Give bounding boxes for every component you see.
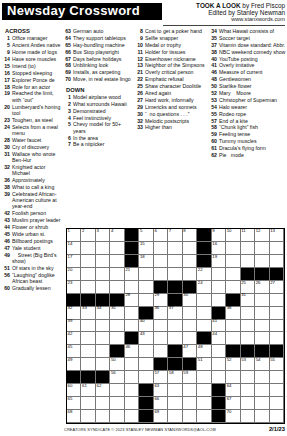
clue-number: 56 xyxy=(2,272,12,285)
cell-r15c11-black xyxy=(212,410,226,423)
cell-r13c15[interactable] xyxy=(270,384,284,397)
puzzle-byline: by Fred Piscop xyxy=(241,2,285,9)
cell-r7c13[interactable] xyxy=(241,307,255,320)
clue-down-46: 46Measure of current xyxy=(209,69,286,75)
clue-text: Soccer target xyxy=(219,35,286,41)
cell-number: 13 xyxy=(270,229,275,234)
puzzle-title: TOOK A LOOK xyxy=(196,2,241,9)
clue-text: Installs, as carpeting xyxy=(73,69,133,75)
clue-down-7: 7Be a nitpicker xyxy=(63,141,133,147)
cell-r7c12[interactable]: 38 xyxy=(226,307,240,320)
cell-r2c14[interactable] xyxy=(255,242,269,255)
cell-r10c5[interactable]: 46 xyxy=(125,345,139,358)
cell-r3c9[interactable] xyxy=(183,255,197,268)
clue-number: 4 xyxy=(63,115,73,121)
cell-number: 52 xyxy=(227,358,232,363)
clue-number: 24 xyxy=(2,124,12,137)
cell-r15c8[interactable] xyxy=(168,410,182,423)
cell-r7c5[interactable] xyxy=(125,307,139,320)
clue-across-14: 14Have sore muscles xyxy=(2,56,61,62)
cell-r14c4[interactable] xyxy=(110,397,124,410)
cell-number: 60 xyxy=(68,384,73,389)
cell-r1c13[interactable]: 11 xyxy=(241,229,255,242)
cell-number: 68 xyxy=(68,410,73,415)
cell-r12c6[interactable] xyxy=(139,371,153,384)
clue-number: 17 xyxy=(2,77,12,83)
cell-r1c2[interactable]: 2 xyxy=(81,229,95,242)
clue-across-9: 9Home made of logs xyxy=(2,49,61,55)
cell-r7c7[interactable]: 36 xyxy=(154,307,168,320)
cell-r12c13[interactable] xyxy=(241,371,255,384)
clue-text: Water faucet xyxy=(12,137,61,143)
clue-down-26: 26Aired again xyxy=(135,90,207,96)
cell-r7c14[interactable] xyxy=(255,307,269,320)
cell-r9c14[interactable] xyxy=(255,332,269,345)
cell-r6c9[interactable]: 30 xyxy=(183,294,197,307)
cell-r13c2[interactable]: 61 xyxy=(81,384,95,397)
cell-r12c15[interactable] xyxy=(270,371,284,384)
puzzle-editor: Edited by Stanley Newman xyxy=(196,9,285,16)
clue-text: Emphatic refusal xyxy=(145,76,207,82)
cell-r7c8[interactable]: 37 xyxy=(168,307,182,320)
cell-number: 55 xyxy=(270,358,275,363)
cell-r1c4[interactable]: 4 xyxy=(110,229,124,242)
cell-r15c7[interactable]: 69 xyxy=(154,410,168,423)
cell-number: 62 xyxy=(97,384,102,389)
cell-r13c5[interactable] xyxy=(125,384,139,397)
cell-r6c5[interactable]: 28 xyxy=(125,294,139,307)
cell-r2c6[interactable]: 15 xyxy=(139,242,153,255)
puzzle-website: www.stanxwords.com xyxy=(196,16,285,23)
cell-r9c11[interactable]: 44 xyxy=(212,332,226,345)
cell-r12c8[interactable]: 58 xyxy=(168,371,182,384)
clue-text: Toughen, as steel xyxy=(12,117,61,123)
cell-r14c2[interactable] xyxy=(81,397,95,410)
clue-down-25: 25Shaw character Doolittle xyxy=(135,83,207,89)
cell-r7c4[interactable]: 35 xyxy=(110,307,124,320)
cell-r4c12[interactable] xyxy=(226,268,240,281)
clue-text: Mary Moore xyxy=(219,90,286,96)
cell-r5c14[interactable]: 26 xyxy=(255,281,269,294)
cell-r14c15[interactable] xyxy=(270,397,284,410)
clue-down-22: 22Emphatic refusal xyxy=(135,76,207,82)
cell-number: 54 xyxy=(256,358,261,363)
clue-number: 33 xyxy=(135,124,145,130)
cell-number: 24 xyxy=(198,281,203,286)
clue-number: 51 xyxy=(2,265,12,271)
cell-r6c13[interactable]: 31 xyxy=(241,294,255,307)
clue-across-56: 56“Laughing” doglike African beast xyxy=(2,272,61,285)
clue-text: Measure of current xyxy=(219,69,286,75)
cell-r3c1[interactable]: 17 xyxy=(67,255,81,268)
clue-down-33: 33Higher than xyxy=(135,124,207,130)
cell-r6c14[interactable] xyxy=(255,294,269,307)
clue-number: 37 xyxy=(209,42,219,48)
copyright-credit: CREATORS SYNDICATE © 2023 STANLEY NEWMAN… xyxy=(64,427,216,432)
cell-number: 17 xyxy=(68,255,73,260)
cell-r4c4[interactable] xyxy=(110,268,124,281)
cell-r11c13[interactable]: 53 xyxy=(241,358,255,371)
across-header: ACROSS xyxy=(5,28,61,34)
cell-r13c4[interactable] xyxy=(110,384,124,397)
cell-number: 36 xyxy=(154,306,159,311)
cell-r8c7[interactable] xyxy=(154,320,168,333)
clue-down-12: 12Eisenhower nickname xyxy=(135,56,207,62)
cell-number: 41 xyxy=(212,319,217,324)
clue-text: Home made of logs xyxy=(12,49,61,55)
cell-r3c11[interactable]: 19 xyxy=(212,255,226,268)
cell-r15c2[interactable] xyxy=(81,410,95,423)
cell-r3c4[interactable] xyxy=(110,255,124,268)
cell-r11c3[interactable] xyxy=(96,358,110,371)
clue-down-13: 13Neighbor of the Simpsons xyxy=(135,62,207,68)
cell-r10c11[interactable] xyxy=(212,345,226,358)
clue-text: Eisenhower nickname xyxy=(145,56,207,62)
cell-r8c8[interactable] xyxy=(168,320,182,333)
clue-text: Feel instinctively xyxy=(73,115,133,121)
clue-number: 11 xyxy=(135,49,145,55)
cell-r14c14[interactable] xyxy=(255,397,269,410)
cell-r15c5[interactable] xyxy=(125,410,139,423)
cell-r4c3[interactable] xyxy=(96,268,110,281)
cell-r8c13[interactable] xyxy=(241,320,255,333)
clue-text: Yale student xyxy=(12,245,61,251)
clue-across-32: 32Knighted actor Michael xyxy=(2,164,61,177)
cell-r9c7[interactable] xyxy=(154,332,168,345)
clue-text: Wallace who wrote Ben-Hur xyxy=(12,151,61,164)
cell-r1c6[interactable]: 5 xyxy=(139,229,153,242)
cell-r15c12[interactable]: 70 xyxy=(226,410,240,423)
clue-number: 66 xyxy=(63,49,73,55)
cell-r11c6[interactable] xyxy=(139,358,153,371)
clue-text: They support tabletops xyxy=(73,35,133,41)
clue-down-34: 34What Hawaii consists of xyxy=(209,28,286,34)
cell-r11c12[interactable]: 52 xyxy=(226,358,240,371)
cell-number: 10 xyxy=(227,229,232,234)
cell-r2c15[interactable] xyxy=(270,242,284,255)
cell-r3c8[interactable] xyxy=(168,255,182,268)
cell-r5c12[interactable] xyxy=(226,281,240,294)
clue-number: 40 xyxy=(209,56,219,62)
cell-r8c12[interactable] xyxy=(226,320,240,333)
clue-number: 2 xyxy=(63,101,73,107)
cell-number: 65 xyxy=(68,397,73,402)
clue-text: “Chunk light” fish xyxy=(219,124,286,130)
clue-across-46: 46Billboard postings xyxy=(2,238,61,244)
cell-r4c5[interactable]: 21 xyxy=(125,268,139,281)
cell-r3c2[interactable] xyxy=(81,255,95,268)
clue-across-20: 20Lumberyard’s honing tool xyxy=(2,104,61,117)
clue-number: 49 xyxy=(2,252,12,265)
clue-across-5: 5Ancient Andes native xyxy=(2,42,61,48)
clue-text: Tummy muscles xyxy=(219,138,286,144)
cell-r3c7[interactable] xyxy=(154,255,168,268)
cell-r9c6[interactable]: 43 xyxy=(139,332,153,345)
cell-r14c9[interactable] xyxy=(183,397,197,410)
cell-r12c4[interactable]: 56 xyxy=(110,371,124,384)
cell-r9c12[interactable] xyxy=(226,332,240,345)
cell-r15c9[interactable] xyxy=(183,410,197,423)
cell-r11c14[interactable]: 54 xyxy=(255,358,269,371)
cell-r7c9[interactable] xyxy=(183,307,197,320)
cell-r1c8[interactable]: 7 xyxy=(168,229,182,242)
cell-number: 59 xyxy=(183,371,188,376)
clue-text: Office manager xyxy=(12,35,61,41)
clue-text: Rodeo rope xyxy=(219,111,286,117)
clue-across-60: 60Gradually lessen xyxy=(2,285,61,291)
clue-number: 14 xyxy=(2,56,12,62)
cell-r15c14[interactable] xyxy=(255,410,269,423)
cell-r14c3[interactable] xyxy=(96,397,110,410)
cell-number: 16 xyxy=(212,242,217,247)
cell-r9c2[interactable] xyxy=(81,332,95,345)
cell-number: 25 xyxy=(241,281,246,286)
cell-r5c10[interactable]: 24 xyxy=(197,281,211,294)
clue-number: 22 xyxy=(135,76,145,82)
clue-text: “Laughing” doglike African beast xyxy=(12,272,61,285)
cell-r12c9[interactable]: 59 xyxy=(183,371,197,384)
clue-across-30: 30Cry of discovery xyxy=(2,144,61,150)
clue-text: Vitamin dose standard: Abbr. xyxy=(219,42,286,48)
cell-r5c15[interactable]: 27 xyxy=(270,281,284,294)
cell-r5c6[interactable] xyxy=(139,281,153,294)
clue-number: 39 xyxy=(2,191,12,210)
cell-r15c3[interactable] xyxy=(96,410,110,423)
cell-r11c2[interactable] xyxy=(81,358,95,371)
cell-r13c8[interactable] xyxy=(168,384,182,397)
cell-r3c15[interactable] xyxy=(270,255,284,268)
cell-number: 44 xyxy=(212,332,217,337)
cell-r15c1[interactable]: 68 xyxy=(67,410,81,423)
cell-number: 50 xyxy=(111,358,116,363)
cell-r7c10[interactable] xyxy=(197,307,211,320)
cell-r13c13[interactable] xyxy=(241,384,255,397)
cell-number: 70 xyxy=(227,410,232,415)
cell-r14c5[interactable] xyxy=(125,397,139,410)
cell-r1c1[interactable]: 1 xyxy=(67,229,81,242)
cell-r9c15[interactable] xyxy=(270,332,284,345)
clue-number: 31 xyxy=(2,151,12,164)
cell-r8c3[interactable] xyxy=(96,320,110,333)
cell-r5c11[interactable] xyxy=(212,281,226,294)
cell-r10c7[interactable] xyxy=(154,345,168,358)
clue-number: 48 xyxy=(209,76,219,82)
clue-text: Days before holidays xyxy=(73,56,133,62)
clue-number: 59 xyxy=(209,131,219,137)
clue-down-52: 52Mary Moore xyxy=(209,90,286,96)
clue-number: 23 xyxy=(2,117,12,123)
cell-number: 66 xyxy=(154,397,159,402)
cell-r9c13[interactable] xyxy=(241,332,255,345)
cell-r10c6[interactable] xyxy=(139,345,153,358)
clue-number: 38 xyxy=(2,184,12,190)
clue-across-36: 36Approximately xyxy=(2,177,61,183)
cell-r6c11[interactable] xyxy=(212,294,226,307)
clue-across-24: 24Selects from a meal menu xyxy=(2,124,61,137)
clue-text: Celebrated African-American culture at y… xyxy=(12,191,61,210)
cell-number: 8 xyxy=(183,229,185,234)
cell-r4c11[interactable] xyxy=(212,268,226,281)
cell-r11c10[interactable]: 51 xyxy=(197,358,211,371)
cell-r8c15[interactable] xyxy=(270,320,284,333)
cell-r15c4[interactable] xyxy=(110,410,124,423)
cell-r7c15[interactable] xyxy=(270,307,284,320)
cell-r10c9[interactable]: 47 xyxy=(183,345,197,358)
cell-r5c4[interactable] xyxy=(110,281,124,294)
cell-number: 69 xyxy=(154,410,159,415)
cell-r6c15[interactable] xyxy=(270,294,284,307)
cell-r13c6-black xyxy=(139,384,153,397)
clue-across-19: 19Reached the limit, with “out” xyxy=(2,90,61,103)
clue-number: 54 xyxy=(209,104,219,110)
cell-r12c14[interactable] xyxy=(255,371,269,384)
clue-across-28: 28Water faucet xyxy=(2,137,61,143)
cell-r9c4[interactable] xyxy=(110,332,124,345)
cell-r5c3[interactable] xyxy=(96,281,110,294)
cell-r7c2[interactable]: 33 xyxy=(81,307,95,320)
cell-r13c9[interactable] xyxy=(183,384,197,397)
cell-r2c10-black xyxy=(197,242,211,255)
cell-r15c10[interactable] xyxy=(197,410,211,423)
cell-number: 64 xyxy=(227,384,232,389)
clue-text: Cry of discovery xyxy=(12,144,61,150)
cell-r9c3[interactable] xyxy=(96,332,110,345)
clue-text: Unblinking look xyxy=(73,62,133,68)
cell-r4c2[interactable] xyxy=(81,268,95,281)
clue-text: Of stars in the sky xyxy=(12,265,61,271)
cell-r1c3[interactable]: 3 xyxy=(96,229,110,242)
cell-r1c5-black xyxy=(125,229,139,242)
cell-r10c2[interactable] xyxy=(81,345,95,358)
cell-number: 6 xyxy=(154,229,156,234)
cell-r8c14[interactable] xyxy=(255,320,269,333)
cell-r4c8[interactable] xyxy=(168,268,182,281)
cell-r7c3[interactable]: 34 xyxy=(96,307,110,320)
cell-r9c8[interactable] xyxy=(168,332,182,345)
cell-r8c10[interactable] xyxy=(197,320,211,333)
cell-r8c5[interactable] xyxy=(125,320,139,333)
cell-r11c1[interactable]: 49 xyxy=(67,358,81,371)
cell-r1c12[interactable]: 10 xyxy=(226,229,240,242)
clue-down-8: 8Cost to get a poker hand xyxy=(135,28,207,34)
cell-r12c5[interactable] xyxy=(125,371,139,384)
cell-r14c13[interactable] xyxy=(241,397,255,410)
clue-text: Pie mode xyxy=(219,152,286,158)
cell-r15c13[interactable] xyxy=(241,410,255,423)
cell-r5c1[interactable]: 23 xyxy=(67,281,81,294)
cell-r13c14[interactable] xyxy=(255,384,269,397)
clue-number: 47 xyxy=(2,245,12,251)
cell-r8c2[interactable] xyxy=(81,320,95,333)
cell-r6c6[interactable] xyxy=(139,294,153,307)
cell-r6c10[interactable] xyxy=(197,294,211,307)
cell-r3c12[interactable] xyxy=(226,255,240,268)
cell-r2c9[interactable] xyxy=(183,242,197,255)
cell-r2c8[interactable] xyxy=(168,242,182,255)
footer: CREATORS SYNDICATE © 2023 STANLEY NEWMAN… xyxy=(64,426,285,432)
cell-number: 11 xyxy=(241,229,245,234)
clue-number: 61 xyxy=(209,145,219,151)
cell-r11c11[interactable] xyxy=(212,358,226,371)
cell-number: 15 xyxy=(140,242,145,247)
clue-across-49: 49 Street (Big Bird’s show) xyxy=(2,252,61,265)
cell-r5c2[interactable] xyxy=(81,281,95,294)
cell-r4c10[interactable]: 22 xyxy=(197,268,211,281)
cell-r2c11[interactable]: 16 xyxy=(212,242,226,255)
cell-r11c5[interactable] xyxy=(125,358,139,371)
cell-r3c13[interactable] xyxy=(241,255,255,268)
clue-text: Starlike flower xyxy=(219,83,286,89)
cell-r1c15[interactable]: 13 xyxy=(270,229,284,242)
cell-r2c3[interactable] xyxy=(96,242,110,255)
clue-across-47: 47Yale student xyxy=(2,245,61,251)
cell-r4c1[interactable]: 20 xyxy=(67,268,81,281)
cell-r13c10[interactable] xyxy=(197,384,211,397)
cell-r4c6[interactable] xyxy=(139,268,153,281)
cell-number: 48 xyxy=(198,345,203,350)
cell-r2c2[interactable] xyxy=(81,242,95,255)
clue-down-61: 61Dracula’s flying form xyxy=(209,145,286,151)
cell-r14c6-black xyxy=(139,397,153,410)
cell-r1c14[interactable]: 12 xyxy=(255,229,269,242)
cell-r3c14[interactable] xyxy=(255,255,269,268)
cell-r2c12[interactable] xyxy=(226,242,240,255)
clue-down-54: 54Halo wearer xyxy=(209,104,286,110)
cell-r15c15[interactable] xyxy=(270,410,284,423)
cell-r11c15[interactable]: 55 xyxy=(270,358,284,371)
cell-r1c11[interactable]: 9 xyxy=(212,229,226,242)
cell-number: 58 xyxy=(169,371,174,376)
clue-text: Approximately xyxy=(12,177,61,183)
cell-r3c6[interactable]: 18 xyxy=(139,255,153,268)
clue-number: 20 xyxy=(2,104,12,117)
clue-number: 27 xyxy=(135,97,145,103)
cell-r4c7[interactable] xyxy=(154,268,168,281)
cell-r3c3[interactable] xyxy=(96,255,110,268)
cell-r8c9[interactable] xyxy=(183,320,197,333)
clue-text: Intend (to) xyxy=(12,63,61,69)
cell-r1c7[interactable]: 6 xyxy=(154,229,168,242)
cell-r10c3[interactable] xyxy=(96,345,110,358)
cell-r4c9[interactable] xyxy=(183,268,197,281)
cell-r10c8-black xyxy=(168,345,182,358)
clue-down-5: 5Chevy model for 50+ years xyxy=(63,121,133,134)
cell-r2c7[interactable] xyxy=(154,242,168,255)
cell-r12c10[interactable] xyxy=(197,371,211,384)
clue-across-1: 1Office manager xyxy=(2,35,61,41)
cell-r14c10[interactable] xyxy=(197,397,211,410)
cell-number: 20 xyxy=(68,268,73,273)
clue-number: 62 xyxy=(209,152,219,158)
cell-r2c1[interactable]: 14 xyxy=(67,242,81,255)
cell-r12c11[interactable] xyxy=(212,371,226,384)
clue-number: 30 xyxy=(135,111,145,117)
cell-number: 47 xyxy=(183,345,188,350)
cell-r8c4[interactable] xyxy=(110,320,124,333)
cell-r2c4[interactable] xyxy=(110,242,124,255)
cell-r1c9[interactable]: 8 xyxy=(183,229,197,242)
cell-number: 26 xyxy=(256,281,261,286)
clue-text: Dracula’s flying form xyxy=(219,145,286,151)
cell-number: 39 xyxy=(68,319,73,324)
clue-across-43: 43Muslim prayer leader xyxy=(2,217,61,223)
cell-r2c13[interactable] xyxy=(241,242,255,255)
cell-r14c8[interactable] xyxy=(168,397,182,410)
cell-r13c3[interactable]: 62 xyxy=(96,384,110,397)
clue-text: Muslim prayer leader xyxy=(12,217,61,223)
clue-text: NBC weekend comedy show xyxy=(219,49,286,55)
clue-text: Aired again xyxy=(145,90,207,96)
